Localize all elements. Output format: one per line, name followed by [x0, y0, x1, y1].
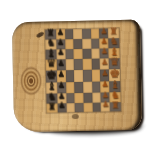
square-a6[interactable]: [65, 29, 74, 39]
piece-white-pawn[interactable]: ♟: [101, 81, 108, 89]
square-e6[interactable]: [65, 70, 74, 82]
piece-black-pawn[interactable]: ♟: [57, 28, 64, 36]
square-f4[interactable]: [83, 82, 92, 93]
piece-black-pawn[interactable]: ♟: [57, 70, 64, 78]
piece-black-pawn[interactable]: ♟: [57, 59, 64, 67]
piece-black-pawn[interactable]: ♟: [58, 82, 65, 90]
square-h4[interactable]: [84, 102, 93, 112]
square-b3[interactable]: [91, 38, 100, 48]
square-h8[interactable]: ♜: [46, 103, 57, 113]
piece-black-pawn[interactable]: ♟: [57, 38, 64, 46]
piece-black-rook[interactable]: ♜: [48, 101, 57, 111]
olive-wood-tray: ♜♟♟♜♞♟♟♞♝♟♟♝♛♟♟♛♚♟♟♚♝♟♟♝♞♟♟♞♜♟♟♜: [12, 20, 142, 133]
square-f6[interactable]: [66, 82, 75, 93]
square-c6[interactable]: [65, 49, 74, 60]
square-c4[interactable]: [82, 48, 91, 59]
square-g3[interactable]: [92, 92, 101, 102]
piece-white-pawn[interactable]: ♟: [102, 91, 109, 99]
square-g6[interactable]: [66, 93, 75, 103]
square-g4[interactable]: [83, 92, 92, 102]
square-a5[interactable]: [73, 29, 82, 39]
piece-black-pawn[interactable]: ♟: [57, 48, 64, 56]
square-b5[interactable]: [73, 38, 82, 48]
piece-white-pawn[interactable]: ♟: [101, 47, 108, 55]
square-b6[interactable]: [65, 39, 74, 49]
square-b4[interactable]: [82, 38, 91, 48]
square-h5[interactable]: [75, 102, 84, 112]
square-h2[interactable]: ♟: [101, 102, 110, 112]
square-c5[interactable]: [74, 48, 83, 59]
piece-white-pawn[interactable]: ♟: [100, 27, 107, 35]
piece-black-pawn[interactable]: ♟: [58, 102, 65, 110]
square-c3[interactable]: [91, 48, 100, 59]
piece-white-pawn[interactable]: ♟: [102, 101, 109, 109]
square-h7[interactable]: ♟: [57, 103, 66, 113]
piece-white-pawn[interactable]: ♟: [101, 69, 108, 77]
square-d5[interactable]: [74, 59, 83, 70]
piece-white-rook[interactable]: ♜: [111, 100, 120, 110]
square-d3[interactable]: [91, 59, 100, 70]
square-a3[interactable]: [91, 29, 100, 39]
square-f5[interactable]: [74, 82, 83, 93]
square-a4[interactable]: [82, 29, 91, 39]
piece-black-pawn[interactable]: ♟: [58, 92, 65, 100]
square-e4[interactable]: [83, 70, 92, 82]
chessboard-photo-scene: ♜♟♟♜♞♟♟♞♝♟♟♝♛♟♟♛♚♟♟♚♝♟♟♝♞♟♟♞♜♟♟♜: [0, 0, 160, 160]
square-h3[interactable]: [92, 102, 101, 112]
piece-white-pawn[interactable]: ♟: [100, 37, 107, 45]
square-e5[interactable]: [74, 70, 83, 82]
square-f3[interactable]: [92, 82, 101, 93]
square-h6[interactable]: [66, 103, 75, 113]
square-d6[interactable]: [65, 59, 74, 70]
wood-knot: [16, 58, 47, 105]
square-g5[interactable]: [75, 92, 84, 102]
square-e3[interactable]: [92, 70, 101, 82]
square-h1[interactable]: ♜: [110, 102, 121, 112]
piece-white-pawn[interactable]: ♟: [101, 58, 108, 66]
square-d4[interactable]: [83, 59, 92, 70]
chess-board[interactable]: ♜♟♟♜♞♟♟♞♝♟♟♝♛♟♟♛♚♟♟♚♝♟♟♝♞♟♟♞♜♟♟♜: [45, 28, 121, 113]
